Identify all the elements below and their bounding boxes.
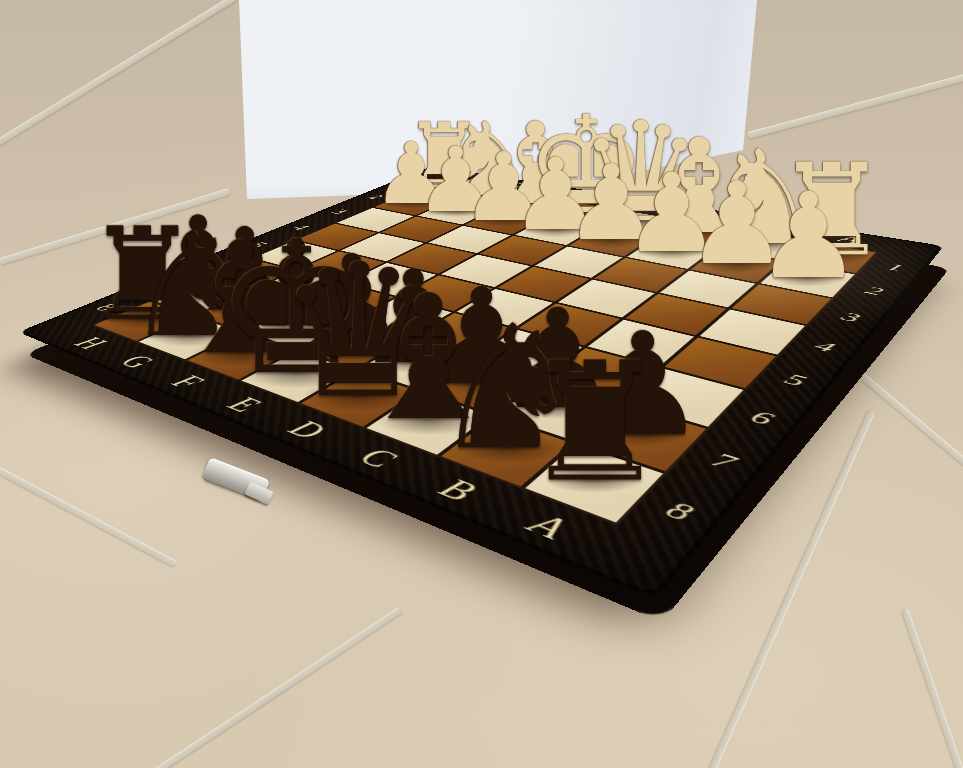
- tile-grout-line: [0, 462, 177, 567]
- tile-grout-line: [747, 73, 963, 139]
- metal-clasp-hook: [244, 481, 273, 504]
- tile-grout-line: [0, 188, 231, 265]
- tile-grout-line: [902, 608, 963, 768]
- tile-grout-line: [148, 607, 402, 768]
- tile-grout-line: [0, 0, 238, 156]
- photo-scene: HHGGFFEEDDCCBBAA1122334455667788 ♜♞♟♝♟♚♟…: [0, 0, 963, 768]
